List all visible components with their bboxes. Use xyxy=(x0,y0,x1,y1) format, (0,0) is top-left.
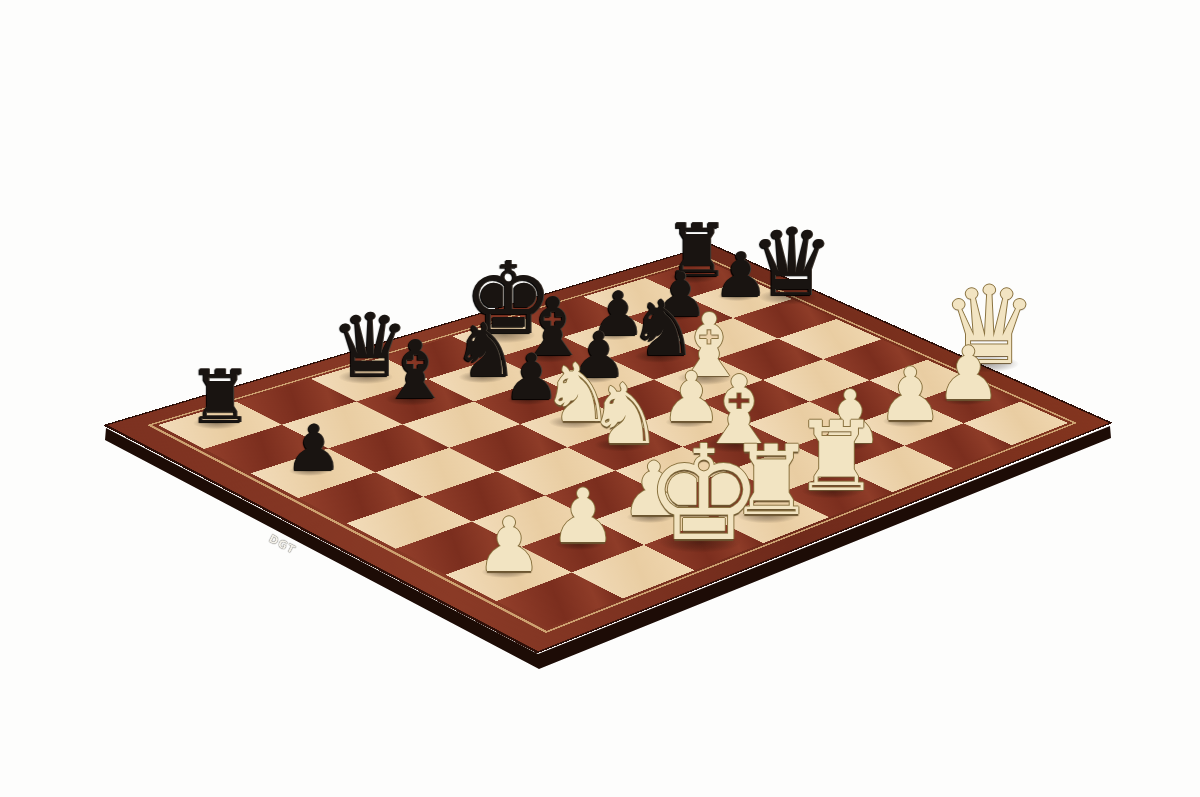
black-bishop-c7[interactable]: ♝ xyxy=(379,330,452,411)
dgt-logo: DGT xyxy=(267,532,298,557)
white-pawn-b2[interactable]: ♟ xyxy=(550,480,617,555)
studio-background: DGT ♜♛♚♜♝♞♝♟♟♟♟♟♟♞♞♝♞♟♝♟♟♟♟♟♟♚♜♜♛♛ xyxy=(0,0,1200,797)
white-pawn-h2[interactable]: ♟ xyxy=(936,337,1002,411)
white-pawn-g2[interactable]: ♟ xyxy=(877,358,943,432)
black-rook-a8[interactable]: ♜ xyxy=(188,361,253,434)
black-queen-border[interactable]: ♛ xyxy=(750,216,834,310)
white-king-c1[interactable]: ♚ xyxy=(645,428,763,559)
black-pawn-a6[interactable]: ♟ xyxy=(285,417,342,481)
white-pawn-a2[interactable]: ♟ xyxy=(475,508,542,583)
